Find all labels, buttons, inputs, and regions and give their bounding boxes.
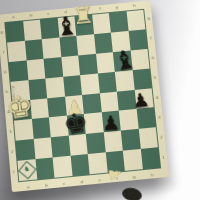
coord-label: 6 bbox=[151, 55, 154, 60]
square-d5[interactable] bbox=[63, 75, 82, 96]
square-h1[interactable] bbox=[140, 147, 160, 169]
chess-board[interactable]: abcdefgh abcdefgh 87654321 87654321 Qual… bbox=[0, 0, 169, 192]
square-f5[interactable] bbox=[97, 71, 116, 92]
knight-logo-glyph: ♞ bbox=[24, 166, 31, 174]
square-c1[interactable] bbox=[53, 156, 72, 178]
square-f4[interactable] bbox=[99, 91, 118, 112]
coord-label: 1 bbox=[162, 155, 165, 160]
coord-label: 1 bbox=[12, 170, 15, 175]
coord-label: 4 bbox=[156, 95, 159, 100]
piece-black-pawn-f3[interactable]: ♟ bbox=[102, 113, 121, 134]
coord-label: 3 bbox=[158, 115, 161, 120]
coord-label: f bbox=[99, 6, 101, 10]
square-a6[interactable] bbox=[9, 60, 28, 81]
square-e5[interactable] bbox=[80, 73, 99, 94]
coord-label: 8 bbox=[0, 30, 3, 35]
square-h2[interactable] bbox=[138, 127, 158, 149]
coord-label: 7 bbox=[2, 50, 5, 55]
square-a7[interactable] bbox=[7, 41, 26, 62]
coord-label: c bbox=[63, 181, 66, 186]
coord-label: c bbox=[47, 11, 50, 16]
coord-label: 2 bbox=[11, 150, 14, 155]
square-b7[interactable] bbox=[24, 39, 43, 60]
coord-label: 5 bbox=[153, 75, 156, 80]
coord-label: g bbox=[115, 4, 118, 9]
square-g2[interactable] bbox=[121, 129, 141, 151]
square-d6[interactable] bbox=[61, 55, 80, 76]
coord-label: e bbox=[99, 177, 102, 182]
coord-label: a bbox=[26, 184, 29, 189]
square-b6[interactable] bbox=[26, 59, 45, 80]
square-h8[interactable] bbox=[126, 10, 145, 31]
coord-label: d bbox=[80, 179, 83, 184]
square-b8[interactable] bbox=[23, 20, 42, 41]
square-g8[interactable] bbox=[109, 11, 128, 32]
coord-label: g bbox=[133, 174, 136, 179]
square-g3[interactable] bbox=[119, 109, 139, 131]
coord-label: 2 bbox=[160, 135, 163, 140]
square-c5[interactable] bbox=[45, 76, 64, 97]
chessboard-grid[interactable]: ♞♝♜♝♚♟♟♚♟ bbox=[4, 9, 161, 182]
coord-label: b bbox=[44, 182, 47, 187]
square-a8[interactable] bbox=[5, 21, 24, 42]
piece-white-king-a4[interactable]: ♚ bbox=[4, 91, 35, 125]
coord-label: a bbox=[11, 14, 14, 19]
square-c6[interactable] bbox=[43, 57, 62, 78]
coord-label: 6 bbox=[4, 69, 7, 74]
coord-label: h bbox=[133, 2, 136, 7]
square-a2[interactable] bbox=[16, 139, 35, 161]
square-g1[interactable] bbox=[123, 149, 143, 171]
coord-label: b bbox=[29, 12, 32, 17]
photo-scene: abcdefgh abcdefgh 87654321 87654321 Qual… bbox=[0, 0, 200, 200]
piece-black-pawn-h4[interactable]: ♟ bbox=[131, 90, 151, 111]
square-b2[interactable] bbox=[33, 138, 52, 160]
piece-white-rook-e8[interactable]: ♜ bbox=[71, 3, 94, 28]
coord-label: h bbox=[151, 172, 154, 177]
square-b1[interactable] bbox=[35, 158, 54, 180]
coord-label: 8 bbox=[147, 16, 150, 21]
square-d1[interactable] bbox=[70, 154, 90, 176]
coord-label: 3 bbox=[9, 129, 12, 134]
square-e6[interactable] bbox=[78, 54, 97, 75]
coord-label: 7 bbox=[149, 36, 152, 41]
